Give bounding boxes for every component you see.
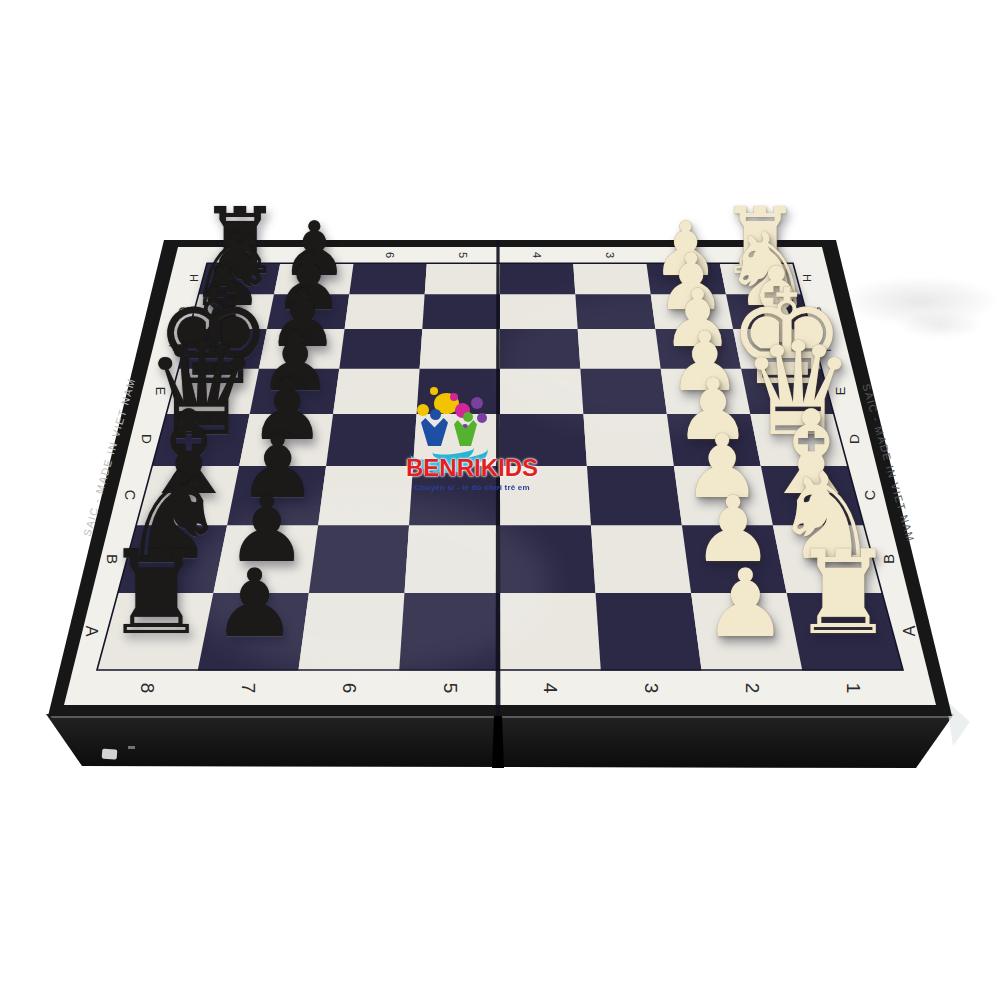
- rank-label-far-4: 4: [531, 252, 543, 258]
- square-d5[interactable]: [413, 413, 500, 466]
- piece-black-rook-a8[interactable]: ♜: [105, 538, 209, 648]
- piece-white-pawn-a2[interactable]: ♟: [703, 559, 787, 648]
- rank-label-far-3: 3: [604, 252, 616, 258]
- square-g6[interactable]: [345, 293, 425, 329]
- box-seam-gap: [492, 716, 504, 768]
- rank-label-near-4: 4: [540, 683, 561, 694]
- square-f6[interactable]: [339, 328, 422, 369]
- square-c4[interactable]: [500, 465, 591, 525]
- box-sticker: [102, 749, 118, 760]
- square-h5[interactable]: [425, 263, 500, 294]
- file-label-left-A: A: [83, 626, 100, 637]
- square-h3[interactable]: [573, 263, 651, 294]
- square-b3[interactable]: [591, 524, 691, 593]
- rank-label-near-2: 2: [742, 683, 763, 694]
- rank-label-near-6: 6: [339, 683, 360, 694]
- square-h6[interactable]: [349, 263, 427, 294]
- rank-label-far-5: 5: [457, 252, 469, 258]
- square-a3[interactable]: [596, 592, 702, 670]
- rank-label-near-3: 3: [641, 683, 662, 694]
- square-f5[interactable]: [420, 328, 500, 369]
- rank-label-far-6: 6: [384, 252, 396, 258]
- file-label-right-A: A: [901, 625, 918, 636]
- piece-black-pawn-a7[interactable]: ♟: [213, 559, 297, 648]
- box-scratch: [128, 746, 135, 749]
- square-h4[interactable]: [500, 263, 575, 294]
- rank-label-near-8: 8: [137, 683, 158, 694]
- product-photo: 8765432187654321AABBCCDDEEFFGGHHSAIC - M…: [0, 0, 1000, 1000]
- rank-label-near-5: 5: [440, 683, 461, 694]
- square-e6[interactable]: [333, 368, 420, 414]
- square-e5[interactable]: [417, 368, 500, 414]
- square-d4[interactable]: [500, 413, 587, 466]
- piece-white-rook-a1[interactable]: ♜: [792, 538, 896, 648]
- square-d6[interactable]: [326, 413, 417, 466]
- square-g5[interactable]: [422, 293, 500, 329]
- square-c3[interactable]: [587, 465, 682, 525]
- rank-label-near-7: 7: [238, 683, 259, 694]
- rank-label-near-1: 1: [843, 683, 864, 694]
- fold-seam: [496, 240, 501, 716]
